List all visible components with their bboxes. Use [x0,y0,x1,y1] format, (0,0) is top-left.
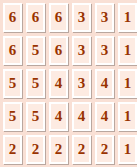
grid-cell[interactable]: 5 [26,69,45,98]
grid-cell[interactable]: 4 [95,69,114,98]
puzzle-grid: 666331656331554341554441222221 [0,0,137,167]
grid-cell[interactable]: 3 [72,36,91,65]
grid-cell[interactable]: 2 [49,135,68,164]
grid-cell[interactable]: 1 [118,69,137,98]
grid-cell[interactable]: 5 [3,102,22,131]
grid-cell[interactable]: 4 [49,69,68,98]
grid-cell[interactable]: 3 [95,3,114,32]
grid-cell[interactable]: 6 [49,3,68,32]
grid-cell[interactable]: 2 [72,135,91,164]
grid-cell[interactable]: 3 [72,69,91,98]
grid-cell[interactable]: 4 [95,102,114,131]
grid-cell[interactable]: 1 [118,36,137,65]
grid-cell[interactable]: 6 [26,3,45,32]
grid-cell[interactable]: 1 [118,135,137,164]
grid-cell[interactable]: 2 [95,135,114,164]
grid-cell[interactable]: 5 [26,36,45,65]
grid-cell[interactable]: 4 [49,102,68,131]
grid-cell[interactable]: 2 [26,135,45,164]
grid-cell[interactable]: 3 [95,36,114,65]
grid-cell[interactable]: 2 [3,135,22,164]
grid-cell[interactable]: 6 [49,36,68,65]
grid-cell[interactable]: 1 [118,3,137,32]
grid-cell[interactable]: 5 [3,69,22,98]
grid-cell[interactable]: 3 [72,3,91,32]
grid-cell[interactable]: 1 [118,102,137,131]
grid-cell[interactable]: 6 [3,36,22,65]
grid-cell[interactable]: 4 [72,102,91,131]
grid-cell[interactable]: 6 [3,3,22,32]
grid-cell[interactable]: 5 [26,102,45,131]
